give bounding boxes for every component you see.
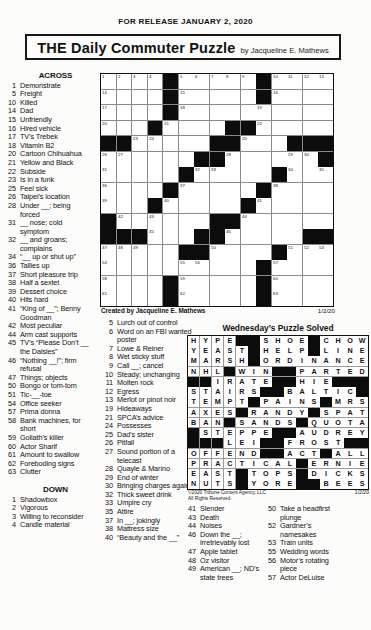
grid-cell: 43 xyxy=(148,214,163,229)
grid-cell: 49 xyxy=(132,245,147,260)
cell-number: 9 xyxy=(242,74,244,78)
clue: 32__ and groans; complains xyxy=(3,236,91,253)
grid-cell: 8 xyxy=(225,74,240,89)
block-cell xyxy=(225,136,240,151)
solution-letter: T xyxy=(188,397,199,407)
solution-cell: P xyxy=(332,408,343,418)
solution-cell: A xyxy=(272,397,283,407)
grid-cell xyxy=(303,90,318,105)
grid-cell xyxy=(210,90,225,105)
solution-letter: L xyxy=(212,367,223,377)
solution-letter: Y xyxy=(248,479,259,489)
grid-cell: 1 xyxy=(101,74,116,89)
block-cell xyxy=(308,336,319,346)
grid-cell xyxy=(272,152,287,167)
grid-cell xyxy=(225,276,240,291)
solution-letter: C xyxy=(260,459,271,469)
solution-cell: D xyxy=(320,428,331,438)
solution-letter: I xyxy=(248,459,259,469)
block-cell xyxy=(225,121,240,136)
puzzle-byline: by Jacqueline E. Mathews xyxy=(241,46,329,55)
solution-letter: O xyxy=(344,336,355,346)
grid-cell xyxy=(318,276,333,291)
grid-cell xyxy=(148,105,163,120)
grid-cell xyxy=(194,291,209,306)
solution-cell: H xyxy=(296,377,307,387)
block-cell xyxy=(260,387,271,397)
block-cell xyxy=(101,214,116,229)
solution-cell: E xyxy=(200,346,211,356)
cell-number: 51 xyxy=(288,245,293,249)
grid-cell: 2 xyxy=(117,74,132,89)
grid-cell: 59 xyxy=(179,276,194,291)
solution-letter: I xyxy=(332,346,343,356)
solution-cell: E xyxy=(344,367,355,377)
solution-cell: Y xyxy=(188,346,199,356)
solution-cell: E xyxy=(344,479,355,489)
solution-letter: S xyxy=(320,408,331,418)
solution-cell: C xyxy=(320,336,331,346)
solution-cell: O xyxy=(260,469,271,479)
solution-letter: N xyxy=(236,449,247,459)
grid-cell: 20 xyxy=(101,121,116,136)
clue: 40“Beauty and the __” xyxy=(100,534,196,543)
solution-cell: L xyxy=(320,346,331,356)
grid-cell xyxy=(148,291,163,306)
cell-number: 33 xyxy=(211,167,216,171)
grid-cell: 57 xyxy=(272,260,287,275)
grid-cell xyxy=(210,121,225,136)
solution-letter: S xyxy=(212,469,223,479)
block-cell xyxy=(296,479,307,489)
block-cell xyxy=(308,408,319,418)
grid-cell xyxy=(272,214,287,229)
solution-letter: O xyxy=(260,469,271,479)
grid-cell xyxy=(194,121,209,136)
grid-cell xyxy=(117,260,132,275)
solution-cell: T xyxy=(236,346,247,356)
solution-cell: T xyxy=(332,367,343,377)
solution-letter: S xyxy=(248,387,259,397)
grid-cell xyxy=(132,90,147,105)
block-cell xyxy=(256,260,271,275)
cell-number: 28 xyxy=(226,152,231,156)
cell-number: 60 xyxy=(273,276,278,280)
solution-letter: C xyxy=(332,469,343,479)
solution-cell: I xyxy=(296,356,307,366)
solution-cell: A xyxy=(188,408,199,418)
solution-letter: C xyxy=(344,387,355,397)
solution-cell: I xyxy=(344,459,355,469)
clue: 45TV’s “Please Don’t __ the Daisies” xyxy=(3,339,91,356)
solution-cell: A xyxy=(308,367,319,377)
block-cell xyxy=(284,367,295,377)
solution-letter: I xyxy=(296,356,307,366)
solution-cell: I xyxy=(284,397,295,407)
solution-letter: N xyxy=(332,459,343,469)
solution-cell: E xyxy=(272,346,283,356)
block-cell xyxy=(356,377,367,387)
solution-cell: U xyxy=(320,418,331,428)
grid-cell xyxy=(148,90,163,105)
solution-letter: I xyxy=(248,367,259,377)
grid-cell: 22 xyxy=(256,121,271,136)
grid-cell xyxy=(241,183,256,198)
block-cell xyxy=(284,377,295,387)
grid-cell xyxy=(303,121,318,136)
clue: 5Freight xyxy=(3,90,91,99)
solution-letter: T xyxy=(248,377,259,387)
grid-cell xyxy=(132,167,147,182)
block-cell xyxy=(308,346,319,356)
grid-cell: 52 xyxy=(303,245,318,260)
solution-letter: H xyxy=(272,336,283,346)
clue-section-header: DOWN xyxy=(3,486,91,495)
grid-cell xyxy=(241,152,256,167)
solution-letter: W xyxy=(356,336,367,346)
grid-cell xyxy=(148,276,163,291)
grid-cell xyxy=(148,167,163,182)
solution-cell: A xyxy=(284,449,295,459)
across-clues-column: ACROSS1Demonstrate5Freight10Killed14Dad1… xyxy=(3,72,91,530)
solution-cell: S xyxy=(188,387,199,397)
solution-cell: X xyxy=(200,408,211,418)
solution-letter: B xyxy=(188,418,199,428)
solution-cell: S xyxy=(356,469,367,479)
cell-number: 27 xyxy=(118,152,123,156)
solution-letter: E xyxy=(308,459,319,469)
solution-cell: O xyxy=(308,438,319,448)
solution-cell: N xyxy=(188,479,199,489)
solution-cell: O xyxy=(260,479,271,489)
solution-cell: R xyxy=(272,356,283,366)
solution-letter: E xyxy=(344,367,355,377)
solution-cell: S xyxy=(224,479,235,489)
grid-cell: 5 xyxy=(179,74,194,89)
block-cell xyxy=(179,167,194,182)
solution-cell: N xyxy=(272,408,283,418)
solution-letter: H xyxy=(260,346,271,356)
solution-letter: T xyxy=(236,397,247,407)
grid-date: 1/2/20 xyxy=(255,307,335,314)
block-cell xyxy=(287,136,302,151)
solution-letter: S xyxy=(284,469,295,479)
cell-number: 8 xyxy=(226,74,228,78)
grid-cell xyxy=(272,136,287,151)
solution-cell: S xyxy=(224,408,235,418)
grid-cell xyxy=(225,291,240,306)
grid-cell: 18 xyxy=(179,105,194,120)
block-cell xyxy=(188,377,199,387)
solution-letter: C xyxy=(320,336,331,346)
solution-letter: M xyxy=(188,356,199,366)
grid-cell xyxy=(303,214,318,229)
solution-cell: S xyxy=(224,356,235,366)
solution-letter: E xyxy=(356,459,367,469)
block-cell xyxy=(179,245,194,260)
block-cell xyxy=(148,121,163,136)
solution-letter: E xyxy=(260,377,271,387)
solution-letter: K xyxy=(344,469,355,479)
block-cell xyxy=(296,418,307,428)
grid-cell xyxy=(132,260,147,275)
solution-cell: D xyxy=(308,469,319,479)
grid-cell: 55 xyxy=(179,260,194,275)
grid-cell xyxy=(303,260,318,275)
grid-cell xyxy=(303,167,318,182)
solution-cell: S xyxy=(320,408,331,418)
solution-letter: N xyxy=(272,408,283,418)
block-cell xyxy=(148,198,163,213)
solution-cell: D xyxy=(284,356,295,366)
copyright-notice: ©2020 Tribune Content Agency, LLC All Ri… xyxy=(188,490,266,501)
grid-cell: 60 xyxy=(272,276,287,291)
grid-cell xyxy=(303,198,318,213)
solution-letter: A xyxy=(200,418,211,428)
solution-cell: A xyxy=(200,469,211,479)
block-cell xyxy=(236,336,247,346)
solution-cell: F xyxy=(284,438,295,448)
grid-cell: 44 xyxy=(241,214,256,229)
solution-cell: A xyxy=(344,408,355,418)
grid-cell: 29 xyxy=(287,152,302,167)
cell-number: 10 xyxy=(273,74,278,78)
cell-number: 18 xyxy=(180,105,185,109)
solution-cell: E xyxy=(260,377,271,387)
solution-letter: T xyxy=(212,428,223,438)
block-cell xyxy=(117,229,132,244)
grid-cell: 63 xyxy=(272,291,287,306)
grid-cell xyxy=(117,90,132,105)
cell-number: 13 xyxy=(319,74,324,78)
solution-cell: Y xyxy=(248,479,259,489)
solution-letter: I xyxy=(332,387,343,397)
block-cell xyxy=(212,438,223,448)
solution-letter: T xyxy=(212,479,223,489)
grid-cell xyxy=(179,214,194,229)
grid-cell xyxy=(132,276,147,291)
solution-cell: R xyxy=(344,397,355,407)
grid-cell xyxy=(132,198,147,213)
solution-cell: T xyxy=(248,469,259,479)
grid-cell: 14 xyxy=(101,90,116,105)
solution-letter: R xyxy=(272,479,283,489)
block-cell xyxy=(194,152,209,167)
solution-cell: F xyxy=(212,449,223,459)
solution-letter: N xyxy=(332,356,343,366)
solution-letter: Y xyxy=(356,428,367,438)
block-cell xyxy=(248,336,259,346)
solution-letter: S xyxy=(260,336,271,346)
solution-letter: T xyxy=(308,449,319,459)
cell-number: 46 xyxy=(226,229,231,233)
grid-cell xyxy=(318,198,333,213)
solution-cell: N xyxy=(260,418,271,428)
solution-cell: T xyxy=(224,469,235,479)
solution-letter: D xyxy=(356,367,367,377)
grid-cell xyxy=(287,198,302,213)
solution-letter: A xyxy=(212,387,223,397)
grid-cell xyxy=(318,105,333,120)
clue: 56Motor’s rotating piece xyxy=(263,557,345,574)
grid-cell xyxy=(318,183,333,198)
grid-cell: 37 xyxy=(179,183,194,198)
cell-number: 22 xyxy=(257,121,262,125)
grid-cell: 10 xyxy=(272,74,287,89)
solution-letter: A xyxy=(236,377,247,387)
solution-letter: A xyxy=(320,356,331,366)
solution-cell: E xyxy=(332,479,343,489)
solution-letter: Y xyxy=(296,408,307,418)
solution-letter: D xyxy=(272,418,283,428)
solution-cell: U xyxy=(200,479,211,489)
solution-letter: I xyxy=(344,459,355,469)
grid-cell xyxy=(210,291,225,306)
grid-cell xyxy=(210,105,225,120)
solution-letter: R xyxy=(248,408,259,418)
solution-letter: M xyxy=(332,397,343,407)
grid-cell xyxy=(241,229,256,244)
grid-cell xyxy=(194,105,209,120)
block-cell xyxy=(272,167,287,182)
solution-cell: A xyxy=(356,418,367,428)
grid-cell: 7 xyxy=(210,74,225,89)
grid-cell xyxy=(256,152,271,167)
block-cell xyxy=(163,183,178,198)
solution-cell: B xyxy=(284,387,295,397)
solution-letter: W xyxy=(236,367,247,377)
cell-number: 26 xyxy=(102,152,107,156)
grid-cell xyxy=(117,167,132,182)
cell-number: 39 xyxy=(102,198,107,202)
grid-cell xyxy=(287,105,302,120)
grid-cell: 17 xyxy=(101,105,116,120)
cell-number: 56 xyxy=(195,260,200,264)
cell-number: 12 xyxy=(304,74,309,78)
solution-cell: H xyxy=(260,346,271,356)
clue: 46Down the __; irretrievably lost xyxy=(183,531,262,548)
cell-number: 43 xyxy=(149,214,154,218)
solution-cell: D xyxy=(356,367,367,377)
solution-letter: R xyxy=(212,356,223,366)
solution-cell: L xyxy=(284,459,295,469)
solution-cell: P xyxy=(224,397,235,407)
solution-letter: S xyxy=(188,387,199,397)
solution-cell: L xyxy=(344,449,355,459)
grid-cell xyxy=(287,90,302,105)
grid-cell xyxy=(194,90,209,105)
solution-letter: A xyxy=(332,449,343,459)
solution-letter: T xyxy=(356,408,367,418)
grid-cell xyxy=(225,183,240,198)
solution-cell: A xyxy=(260,408,271,418)
solution-cell: E xyxy=(260,428,271,438)
solution-letter: E xyxy=(356,346,367,356)
solution-letter: R xyxy=(272,356,283,366)
block-cell xyxy=(188,428,199,438)
grid-cell xyxy=(241,105,256,120)
solution-cell: P xyxy=(188,459,199,469)
solution-cell: E xyxy=(224,336,235,346)
solution-letter: X xyxy=(200,408,211,418)
down-clues-bottom-left: 41Slender43Death44Noises46Down the __; i… xyxy=(183,505,262,582)
solution-cell: N xyxy=(308,356,319,366)
block-cell xyxy=(356,438,367,448)
solution-letter: A xyxy=(356,418,367,428)
solution-letter: E xyxy=(188,469,199,479)
solution-letter: R xyxy=(236,387,247,397)
solution-letter: S xyxy=(356,479,367,489)
newspaper-puzzle-page: FOR RELEASE JANUARY 2, 2020 THE Daily Co… xyxy=(0,0,371,630)
grid-cell xyxy=(287,183,302,198)
clue: 41“King of __”; Benny Goodman xyxy=(3,305,91,322)
cell-number: 36 xyxy=(102,183,107,187)
grid-cell xyxy=(163,260,178,275)
solution-grid: HYPESHOECHOWYEASTHELPLINEMARSHORDINANCEN… xyxy=(187,335,369,490)
solution-letter: Y xyxy=(188,346,199,356)
grid-cell: 3 xyxy=(132,74,147,89)
grid-cell xyxy=(318,90,333,105)
grid-cell: 19 xyxy=(256,105,271,120)
solution-cell: S xyxy=(224,346,235,356)
block-cell xyxy=(236,408,247,418)
cell-number: 38 xyxy=(273,183,278,187)
solution-letter: O xyxy=(332,418,343,428)
cell-number: 52 xyxy=(304,245,309,249)
clue: 52Gardner’s namesakes xyxy=(263,522,345,539)
cell-number: 15 xyxy=(180,90,185,94)
solution-letter: E xyxy=(224,449,235,459)
grid-cell xyxy=(256,167,271,182)
cell-number: 14 xyxy=(102,90,107,94)
block-cell xyxy=(256,90,271,105)
solution-cell: W xyxy=(236,367,247,377)
solution-cell: Y xyxy=(296,408,307,418)
grid-cell: 31 xyxy=(101,167,116,182)
cell-number: 53 xyxy=(319,245,324,249)
solution-cell: T xyxy=(236,459,247,469)
solution-cell: K xyxy=(344,469,355,479)
grid-cell xyxy=(287,260,302,275)
solution-letter: P xyxy=(248,428,259,438)
grid-cell: 11 xyxy=(287,74,302,89)
solution-cell: P xyxy=(272,469,283,479)
solution-letter: E xyxy=(356,356,367,366)
solution-cell: O xyxy=(344,336,355,346)
clue: 49American __; ND’s state trees xyxy=(183,565,262,582)
grid-cell xyxy=(225,90,240,105)
solution-letter: L xyxy=(284,346,295,356)
solution-cell: L xyxy=(356,449,367,459)
grid-cell xyxy=(256,245,271,260)
solution-letter: T xyxy=(248,469,259,479)
grid-cell: 36 xyxy=(101,183,116,198)
grid-cell: 48 xyxy=(117,245,132,260)
solution-letter: O xyxy=(188,449,199,459)
solution-cell: R xyxy=(320,367,331,377)
solution-cell: E xyxy=(212,408,223,418)
down-clues-column: 5Lurch out of control6Word on an FBI wan… xyxy=(100,319,196,542)
solution-cell: R xyxy=(224,377,235,387)
cell-number: 17 xyxy=(102,105,107,109)
cell-number: 7 xyxy=(211,74,213,78)
solution-cell: T xyxy=(236,397,247,407)
grid-cell xyxy=(132,152,147,167)
cell-number: 61 xyxy=(102,291,107,295)
grid-cell xyxy=(210,276,225,291)
cell-number: 5 xyxy=(180,74,182,78)
solution-cell: R xyxy=(332,428,343,438)
